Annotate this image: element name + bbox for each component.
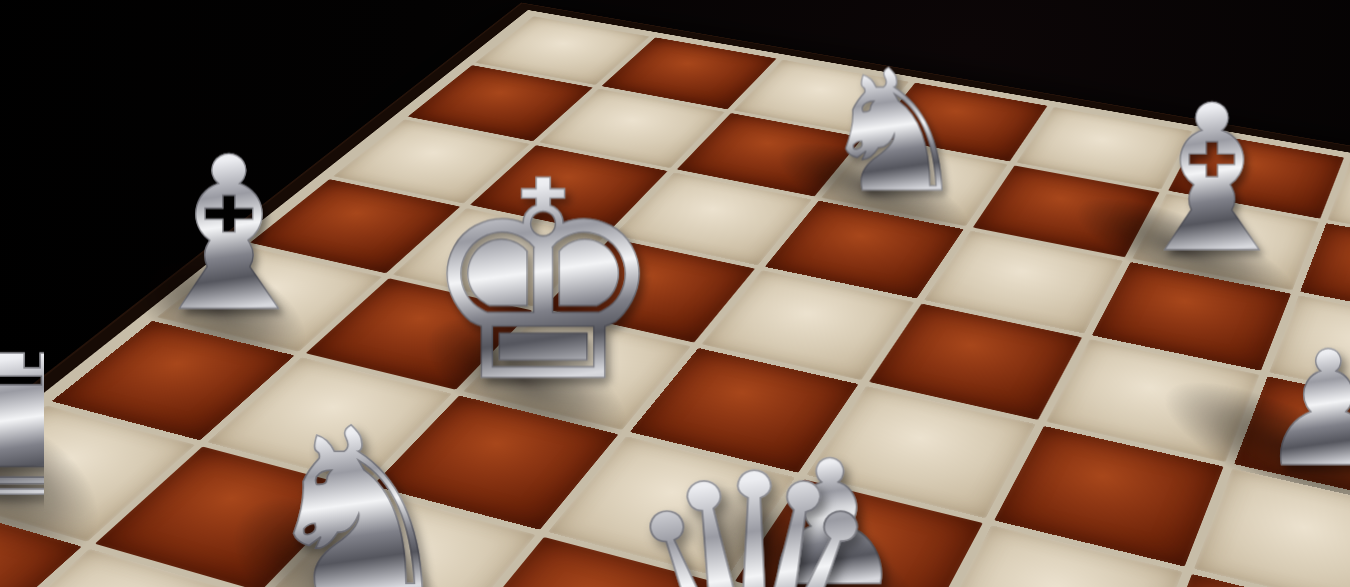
perspective-wrapper: ♞♝♜♟♝♚♟♜♞♛♟ — [0, 0, 1350, 587]
chess-scene: ♞♝♜♟♝♚♟♜♞♛♟ — [0, 0, 1350, 587]
piece-rook-a2[interactable]: ♜ — [0, 339, 98, 516]
square-g4[interactable] — [1194, 468, 1350, 587]
chessboard: ♞♝♜♟♝♚♟♜♞♛♟ — [0, 10, 1350, 587]
